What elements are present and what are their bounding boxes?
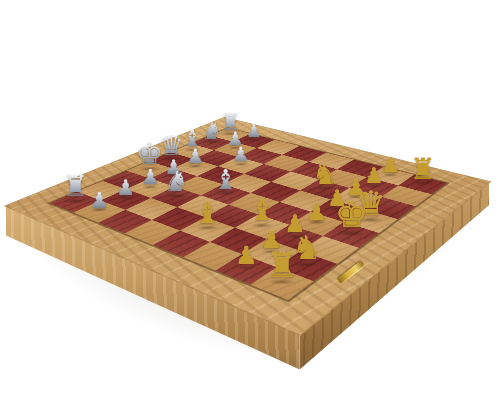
piece-gold-rook-h8[interactable]: ♜ (254, 248, 310, 283)
piece-silver-knight-f3[interactable]: ♞ (154, 168, 199, 196)
piece-gold-king-e8[interactable]: ♚ (322, 197, 380, 234)
piece-silver-pawn-h2[interactable]: ♟ (82, 189, 117, 211)
chess-set-photo: ♜♞♝♛♚♜♟♟♟♟♟♟♟♟♞♝♜♛♚♞♜♟♟♟♟♟♟♟♟♞♝♝ (0, 0, 500, 400)
piece-gold-bishop-g5[interactable]: ♝ (184, 199, 231, 229)
piece-silver-bishop-e4[interactable]: ♝ (204, 166, 248, 193)
piece-silver-pawn-c3[interactable]: ♟ (225, 145, 257, 165)
piece-gold-rook-a8[interactable]: ♜ (399, 155, 446, 184)
